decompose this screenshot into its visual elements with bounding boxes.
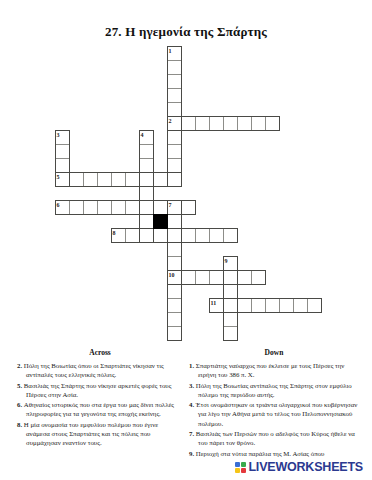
grid-cell-c6r8[interactable]	[139, 158, 154, 173]
grid-cell-c12r16[interactable]	[223, 270, 238, 285]
across-clue-5: 5. Βασιλιάς της Σπάρτης που νίκησε αρκετ…	[17, 381, 183, 400]
down-clues-column: Down 1. Σπαρτιάτης ναύαρχος που έκλεισε …	[189, 348, 359, 459]
grid-cell-c7r9[interactable]	[153, 172, 168, 187]
grid-cell-c11r13[interactable]	[209, 228, 224, 243]
grid-cell-c11r18[interactable]	[209, 298, 224, 313]
across-clue-6: 6. Αθηναίος ιστορικός που στα έργα του μ…	[17, 400, 183, 419]
grid-cell-c9r5[interactable]	[181, 116, 196, 131]
grid-cell-c6r6[interactable]	[139, 130, 154, 145]
grid-cell-c9r13[interactable]	[181, 228, 196, 243]
across-header: Across	[17, 348, 183, 357]
grid-cell-c6r7[interactable]	[139, 144, 154, 159]
grid-cell-c8r4[interactable]	[167, 102, 182, 117]
grid-cell-c4r13[interactable]	[111, 228, 126, 243]
grid-cell-c7r11[interactable]	[153, 200, 168, 215]
grid-cell-c9r16[interactable]	[181, 270, 196, 285]
grid-cell-c11r16[interactable]	[209, 270, 224, 285]
grid-cell-c8r5[interactable]	[167, 116, 182, 131]
logo-square-3	[241, 468, 246, 473]
grid-cell-c8r12[interactable]	[167, 214, 182, 229]
grid-cell-c8r11[interactable]	[167, 200, 182, 215]
grid-cell-c8r16[interactable]	[167, 270, 182, 285]
grid-cell-c8r2[interactable]	[167, 74, 182, 89]
grid-cell-c7r13[interactable]	[153, 228, 168, 243]
grid-cell-c6r13[interactable]	[139, 228, 154, 243]
down-clue-list: 1. Σπαρτιάτης ναύαρχος που έκλεισε με το…	[189, 361, 359, 458]
logo-square-0	[235, 462, 240, 467]
grid-cell-c8r8[interactable]	[167, 158, 182, 173]
grid-cell-c8r6[interactable]	[167, 130, 182, 145]
grid-cell-c8r1[interactable]	[167, 60, 182, 75]
across-clues-column: Across 2. Πόλη της Βοιωτίας όπου οι Σπαρ…	[17, 348, 183, 449]
grid-cell-c8r13[interactable]	[167, 228, 182, 243]
black-cell	[153, 214, 168, 229]
grid-cell-c4r11[interactable]	[111, 200, 126, 215]
grid-cell-c14r18[interactable]	[251, 298, 266, 313]
grid-cell-c3r9[interactable]	[97, 172, 112, 187]
grid-cell-c2r9[interactable]	[83, 172, 98, 187]
grid-cell-c3r11[interactable]	[97, 200, 112, 215]
grid-cell-c5r13[interactable]	[125, 228, 140, 243]
logo-square-1	[241, 462, 246, 467]
grid-cell-c16r18[interactable]	[279, 298, 294, 313]
grid-cell-c0r8[interactable]	[55, 158, 70, 173]
grid-cell-c8r19[interactable]	[167, 312, 182, 327]
across-clue-2: 2. Πόλη της Βοιωτίας όπου οι Σπαρτιάτες …	[17, 361, 183, 380]
grid-cell-c2r11[interactable]	[83, 200, 98, 215]
grid-cell-c6r11[interactable]	[139, 200, 154, 215]
grid-cell-c8r0[interactable]	[167, 46, 182, 61]
grid-cell-c8r9[interactable]	[167, 172, 182, 187]
grid-cell-c0r7[interactable]	[55, 144, 70, 159]
liveworksheets-watermark[interactable]: LIVEWORKSHEETS	[235, 460, 363, 474]
grid-cell-c12r15[interactable]	[223, 256, 238, 271]
grid-cell-c14r5[interactable]	[251, 116, 266, 131]
grid-cell-c6r10[interactable]	[139, 186, 154, 201]
grid-cell-c12r17[interactable]	[223, 284, 238, 299]
down-header: Down	[189, 348, 359, 357]
grid-cell-c12r18[interactable]	[223, 298, 238, 313]
grid-cell-c5r11[interactable]	[125, 200, 140, 215]
grid-cell-c17r18[interactable]	[293, 298, 308, 313]
grid-cell-c13r5[interactable]	[237, 116, 252, 131]
down-clue-3: 3. Πόλη της Βοιωτίας αντίπαλος της Σπάρτ…	[189, 381, 359, 400]
grid-cell-c13r16[interactable]	[237, 270, 252, 285]
grid-cell-c12r5[interactable]	[223, 116, 238, 131]
grid-cell-c10r16[interactable]	[195, 270, 210, 285]
grid-cell-c1r9[interactable]	[69, 172, 84, 187]
grid-cell-c11r5[interactable]	[209, 116, 224, 131]
down-clue-9: 9. Περιοχή στα νότια παράλια της Μ. Ασία…	[189, 449, 359, 458]
grid-cell-c8r17[interactable]	[167, 284, 182, 299]
down-clue-4: 4. Έτσι ονομάστηκαν οι τριάντα ολιγαρχικ…	[189, 400, 359, 428]
across-clue-list: 2. Πόλη της Βοιωτίας όπου οι Σπαρτιάτες …	[17, 361, 183, 448]
page-title: 27. Η ηγεμονία της Σπάρτης	[0, 24, 372, 40]
grid-cell-c15r18[interactable]	[265, 298, 280, 313]
grid-cell-c6r9[interactable]	[139, 172, 154, 187]
grid-cell-c1r11[interactable]	[69, 200, 84, 215]
grid-cell-c10r5[interactable]	[195, 116, 210, 131]
liveworksheets-wordmark: LIVEWORKSHEETS	[248, 460, 363, 474]
grid-cell-c4r9[interactable]	[111, 172, 126, 187]
grid-cell-c8r20[interactable]	[167, 326, 182, 341]
grid-cell-c8r3[interactable]	[167, 88, 182, 103]
grid-cell-c8r15[interactable]	[167, 256, 182, 271]
grid-cell-c13r18[interactable]	[237, 298, 252, 313]
grid-cell-c5r9[interactable]	[125, 172, 140, 187]
logo-square-2	[235, 468, 240, 473]
grid-cell-c0r11[interactable]	[55, 200, 70, 215]
grid-cell-c6r12[interactable]	[139, 214, 154, 229]
down-clue-1: 1. Σπαρτιάτης ναύαρχος που έκλεισε με το…	[189, 361, 359, 380]
grid-cell-c12r20[interactable]	[223, 326, 238, 341]
grid-cell-c8r14[interactable]	[167, 242, 182, 257]
grid-cell-c15r5[interactable]	[265, 116, 280, 131]
grid-cell-c10r13[interactable]	[195, 228, 210, 243]
across-clue-8: 8. Η μία ονομασία του εμφυλίου πολέμου π…	[17, 420, 183, 448]
grid-cell-c0r9[interactable]	[55, 172, 70, 187]
grid-cell-c18r18[interactable]	[307, 298, 322, 313]
grid-cell-c14r16[interactable]	[251, 270, 266, 285]
liveworksheets-logo-icon	[235, 462, 246, 473]
grid-cell-c0r6[interactable]	[55, 130, 70, 145]
grid-cell-c12r13[interactable]	[223, 228, 238, 243]
grid-cell-c8r7[interactable]	[167, 144, 182, 159]
grid-cell-c8r18[interactable]	[167, 298, 182, 313]
grid-cell-c9r11[interactable]	[181, 200, 196, 215]
down-clue-7: 7. Βασιλιάς των Περσών που ο αδελφός του…	[189, 429, 359, 448]
grid-cell-c12r19[interactable]	[223, 312, 238, 327]
